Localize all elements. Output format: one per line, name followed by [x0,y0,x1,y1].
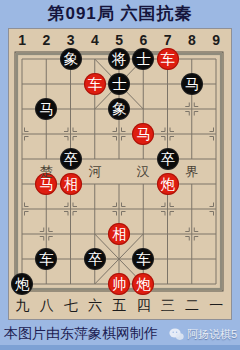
river-text: 楚 [36,163,56,181]
file-label: 六 [88,297,102,315]
file-label: 三 [161,297,175,315]
file-label: 一 [209,297,223,315]
piece-black[interactable]: 车 [132,248,154,270]
file-label: 七 [64,297,78,315]
board-point: 车 [35,248,57,270]
piece-black[interactable]: 马 [35,98,57,120]
piece-red[interactable]: 车 [157,48,179,70]
board-point: 士 [108,73,130,95]
board-point: 帅 [108,273,130,295]
piece-black[interactable]: 车 [35,248,57,270]
piece-black[interactable]: 马 [181,73,203,95]
piece-red[interactable]: 车 [84,73,106,95]
board-point: 相 [108,223,130,245]
file-label: 四 [136,297,150,315]
piece-black[interactable]: 士 [132,48,154,70]
file-label: 二 [185,297,199,315]
piece-black[interactable]: 士 [108,73,130,95]
piece-black[interactable]: 象 [60,48,82,70]
river-text: 汉 [133,163,153,181]
board-point: 相 [60,173,82,195]
board-point: 马 [35,98,57,120]
piece-red[interactable]: 炮 [157,173,179,195]
watermark-text: 阿扬说棋5 [187,327,237,342]
board-point: 马 [181,73,203,95]
piece-red[interactable]: 相 [60,173,82,195]
board-point: 炮 [11,273,33,295]
file-label: 九 [15,297,29,315]
piece-black[interactable]: 将 [108,48,130,70]
piece-red[interactable]: 炮 [132,273,154,295]
piece-black[interactable]: 炮 [11,273,33,295]
file-label: 五 [112,297,126,315]
bottom-file-labels: 九 八 七 六 五 四 三 二 一 [10,297,229,315]
piece-black[interactable]: 象 [108,98,130,120]
board-point: 将 [108,48,130,70]
board-point: 卒 [157,148,179,170]
board-point: 车 [84,73,106,95]
piece-red[interactable]: 马 [132,123,154,145]
piece-black[interactable]: 卒 [157,148,179,170]
puzzle-title: 第091局 六国抗秦 [0,0,240,27]
board-point: 炮 [132,273,154,295]
board-point: 卒 [84,248,106,270]
board-point: 车 [157,48,179,70]
board-point: 象 [108,98,130,120]
river-text: 河 [85,163,105,181]
file-label: 八 [39,297,53,315]
piece-red[interactable]: 帅 [108,273,130,295]
board-point: 卒 [60,148,82,170]
piece-black[interactable]: 卒 [60,148,82,170]
board-point: 士 [132,48,154,70]
bottom-strip [0,345,240,350]
credit-text: 本图片由东萍象棋网制作 [4,325,158,343]
article-image: 第091局 六国抗秦 1 2 3 4 5 6 7 8 9 楚 [0,0,240,350]
board-point: 马 [132,123,154,145]
wechat-icon [169,328,184,341]
board-point: 象 [60,48,82,70]
board-point: 炮 [157,173,179,195]
river-text: 界 [182,163,202,181]
xiangqi-board: 1 2 3 4 5 6 7 8 9 楚 河 汉 界 象将士车车士马马象马卒卒马相… [8,28,232,320]
piece-red[interactable]: 相 [108,223,130,245]
board-point: 车 [132,248,154,270]
piece-black[interactable]: 卒 [84,248,106,270]
watermark: 阿扬说棋5 [169,327,237,342]
